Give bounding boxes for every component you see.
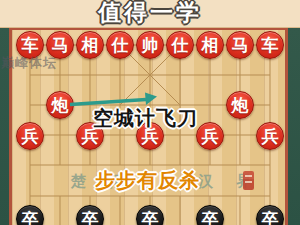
piece-red-7-1[interactable]: 相 <box>196 31 224 59</box>
piece-red-2-3[interactable]: 炮 <box>46 91 74 119</box>
caption-trap-name: 空城计飞刀 <box>93 105 198 132</box>
watermark-channel-name: 巅峰体坛 <box>1 54 57 72</box>
piece-red-5-1[interactable]: 帅 <box>136 31 164 59</box>
piece-red-1-4[interactable]: 兵 <box>16 122 44 150</box>
piece-black-5-7[interactable]: 卒 <box>136 205 164 225</box>
caption-counter-kill: 步步有反杀 <box>95 167 200 194</box>
piece-black-9-7[interactable]: 卒 <box>256 205 284 225</box>
piece-red-4-1[interactable]: 仕 <box>106 31 134 59</box>
piece-red-9-1[interactable]: 车 <box>256 31 284 59</box>
piece-red-8-3[interactable]: 炮 <box>226 91 254 119</box>
piece-black-1-7[interactable]: 卒 <box>16 205 44 225</box>
piece-black-3-7[interactable]: 卒 <box>76 205 104 225</box>
piece-red-6-1[interactable]: 仕 <box>166 31 194 59</box>
page-title: 值得一学 <box>0 0 300 28</box>
piece-red-7-4[interactable]: 兵 <box>196 122 224 150</box>
piece-red-9-4[interactable]: 兵 <box>256 122 284 150</box>
top-band: 值得一学 <box>0 0 300 28</box>
piece-red-3-1[interactable]: 相 <box>76 31 104 59</box>
xiangqi-app-screenshot: 楚 河 汉 界 车马相仕帅仕相马车炮炮兵兵兵兵兵卒卒卒卒卒 空城计飞刀 步步有反… <box>0 0 300 225</box>
piece-black-7-7[interactable]: 卒 <box>196 205 224 225</box>
piece-red-8-1[interactable]: 马 <box>226 31 254 59</box>
